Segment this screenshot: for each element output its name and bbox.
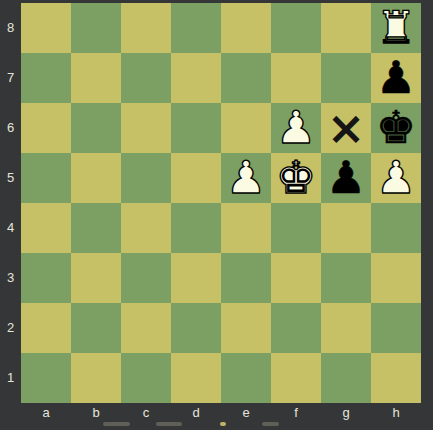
square-b7[interactable] (71, 53, 121, 103)
square-c8[interactable] (121, 3, 171, 53)
square-d3[interactable] (171, 253, 221, 303)
white-pawn-piece[interactable]: ♟ (371, 153, 421, 203)
square-d4[interactable] (171, 203, 221, 253)
rank-label-1: 1 (0, 353, 21, 403)
square-c3[interactable] (121, 253, 171, 303)
rank-label-2: 2 (0, 303, 21, 353)
square-f1[interactable] (271, 353, 321, 403)
rank-label-4: 4 (0, 203, 21, 253)
white-pawn-piece[interactable]: ♟ (271, 103, 321, 153)
rank-label-6: 6 (0, 103, 21, 153)
square-a4[interactable] (21, 203, 71, 253)
square-f8[interactable] (271, 3, 321, 53)
file-label-a: a (21, 403, 71, 423)
square-c4[interactable] (121, 203, 171, 253)
square-a8[interactable] (21, 3, 71, 53)
square-b4[interactable] (71, 203, 121, 253)
square-d8[interactable] (171, 3, 221, 53)
square-f4[interactable] (271, 203, 321, 253)
square-e2[interactable] (221, 303, 271, 353)
square-d1[interactable] (171, 353, 221, 403)
square-h5[interactable]: ♟ (371, 153, 421, 203)
file-label-d: d (171, 403, 221, 423)
square-g5[interactable]: ♟ (321, 153, 371, 203)
file-label-b: b (71, 403, 121, 423)
square-e8[interactable] (221, 3, 271, 53)
rank-label-8: 8 (0, 3, 21, 53)
square-e1[interactable] (221, 353, 271, 403)
square-g8[interactable] (321, 3, 371, 53)
file-label-g: g (321, 403, 371, 423)
square-b5[interactable] (71, 153, 121, 203)
square-f3[interactable] (271, 253, 321, 303)
white-rook-piece[interactable]: ♜ (371, 3, 421, 53)
square-c5[interactable] (121, 153, 171, 203)
square-b8[interactable] (71, 3, 121, 53)
square-f7[interactable] (271, 53, 321, 103)
square-c7[interactable] (121, 53, 171, 103)
square-h8[interactable]: ♜ (371, 3, 421, 53)
square-h3[interactable] (371, 253, 421, 303)
square-a6[interactable] (21, 103, 71, 153)
square-c1[interactable] (121, 353, 171, 403)
file-label-h: h (371, 403, 421, 423)
square-b3[interactable] (71, 253, 121, 303)
square-e5[interactable]: ♟ (221, 153, 271, 203)
black-king-piece[interactable]: ♚ (371, 103, 421, 153)
square-h6[interactable]: ♚ (371, 103, 421, 153)
x-mark-annotation: × (321, 103, 371, 153)
white-king-piece[interactable]: ♚ (271, 153, 321, 203)
square-g2[interactable] (321, 303, 371, 353)
square-d5[interactable] (171, 153, 221, 203)
square-d6[interactable] (171, 103, 221, 153)
square-a5[interactable] (21, 153, 71, 203)
square-b6[interactable] (71, 103, 121, 153)
square-e3[interactable] (221, 253, 271, 303)
rank-labels: 87654321 (0, 3, 21, 403)
square-c6[interactable] (121, 103, 171, 153)
square-h1[interactable] (371, 353, 421, 403)
square-a2[interactable] (21, 303, 71, 353)
square-d2[interactable] (171, 303, 221, 353)
square-a1[interactable] (21, 353, 71, 403)
file-label-f: f (271, 403, 321, 423)
file-label-e: e (221, 403, 271, 423)
square-b1[interactable] (71, 353, 121, 403)
square-c2[interactable] (121, 303, 171, 353)
rank-label-7: 7 (0, 53, 21, 103)
square-f2[interactable] (271, 303, 321, 353)
square-e6[interactable] (221, 103, 271, 153)
square-g1[interactable] (321, 353, 371, 403)
square-g6[interactable]: × (321, 103, 371, 153)
square-h4[interactable] (371, 203, 421, 253)
black-pawn-piece[interactable]: ♟ (321, 153, 371, 203)
white-pawn-piece[interactable]: ♟ (221, 153, 271, 203)
square-f5[interactable]: ♚ (271, 153, 321, 203)
square-h2[interactable] (371, 303, 421, 353)
square-g4[interactable] (321, 203, 371, 253)
rank-label-5: 5 (0, 153, 21, 203)
chess-board[interactable]: ♜♟♟×♚♟♚♟♟ (21, 3, 421, 403)
square-g3[interactable] (321, 253, 371, 303)
square-a3[interactable] (21, 253, 71, 303)
file-label-c: c (121, 403, 171, 423)
rank-label-3: 3 (0, 253, 21, 303)
square-f6[interactable]: ♟ (271, 103, 321, 153)
file-labels: abcdefgh (21, 403, 421, 423)
black-pawn-piece[interactable]: ♟ (371, 53, 421, 103)
square-e4[interactable] (221, 203, 271, 253)
square-h7[interactable]: ♟ (371, 53, 421, 103)
square-e7[interactable] (221, 53, 271, 103)
square-d7[interactable] (171, 53, 221, 103)
square-b2[interactable] (71, 303, 121, 353)
square-a7[interactable] (21, 53, 71, 103)
square-g7[interactable] (321, 53, 371, 103)
